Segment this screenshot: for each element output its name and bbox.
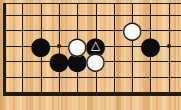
black-stone-c4[interactable]: ●○	[32, 37, 50, 55]
grid-line	[3, 3, 181, 4]
stone-ring-glyph: ○	[68, 37, 86, 55]
board-edge-line	[3, 3, 6, 96]
stone-ring-glyph: ○	[50, 52, 68, 70]
stone-ring-glyph: ○	[141, 37, 159, 55]
board-edge-line	[3, 92, 181, 96]
goban[interactable]: ●○●○●○●○●○●○●○●○△	[0, 0, 181, 110]
white-stone-e4[interactable]: ●○	[68, 37, 86, 55]
black-stone-d3[interactable]: ●○	[50, 52, 68, 70]
stone-ring-glyph: ○	[123, 21, 141, 39]
black-stone-j4[interactable]: ●○	[141, 37, 159, 55]
grid-line	[114, 3, 115, 96]
white-stone-h5[interactable]: ●○	[123, 21, 141, 39]
stone-ring-glyph: ○	[32, 37, 50, 55]
grid-line	[3, 77, 181, 78]
grid-line	[3, 15, 181, 16]
triangle-mark-f4: △	[87, 36, 105, 54]
grid-line	[22, 3, 23, 96]
grid-line	[169, 3, 170, 96]
star-point-k4	[167, 44, 171, 48]
white-stone-f3[interactable]: ●○	[87, 52, 105, 70]
stone-ring-glyph: ○	[87, 52, 105, 70]
